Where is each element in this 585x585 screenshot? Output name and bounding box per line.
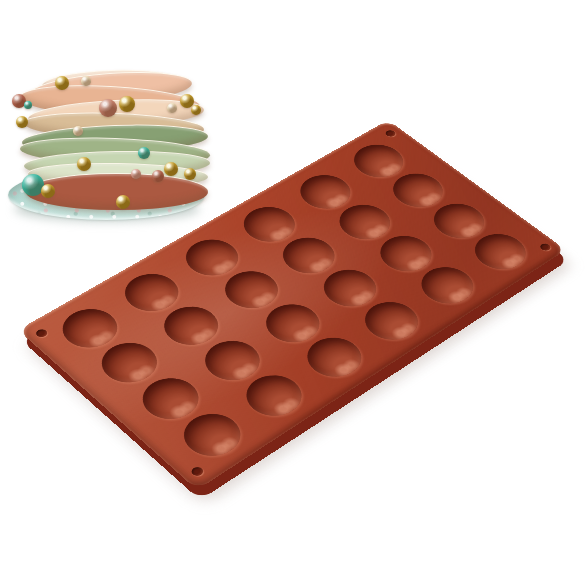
silicone-mould (0, 0, 585, 585)
product-photo (0, 0, 585, 585)
